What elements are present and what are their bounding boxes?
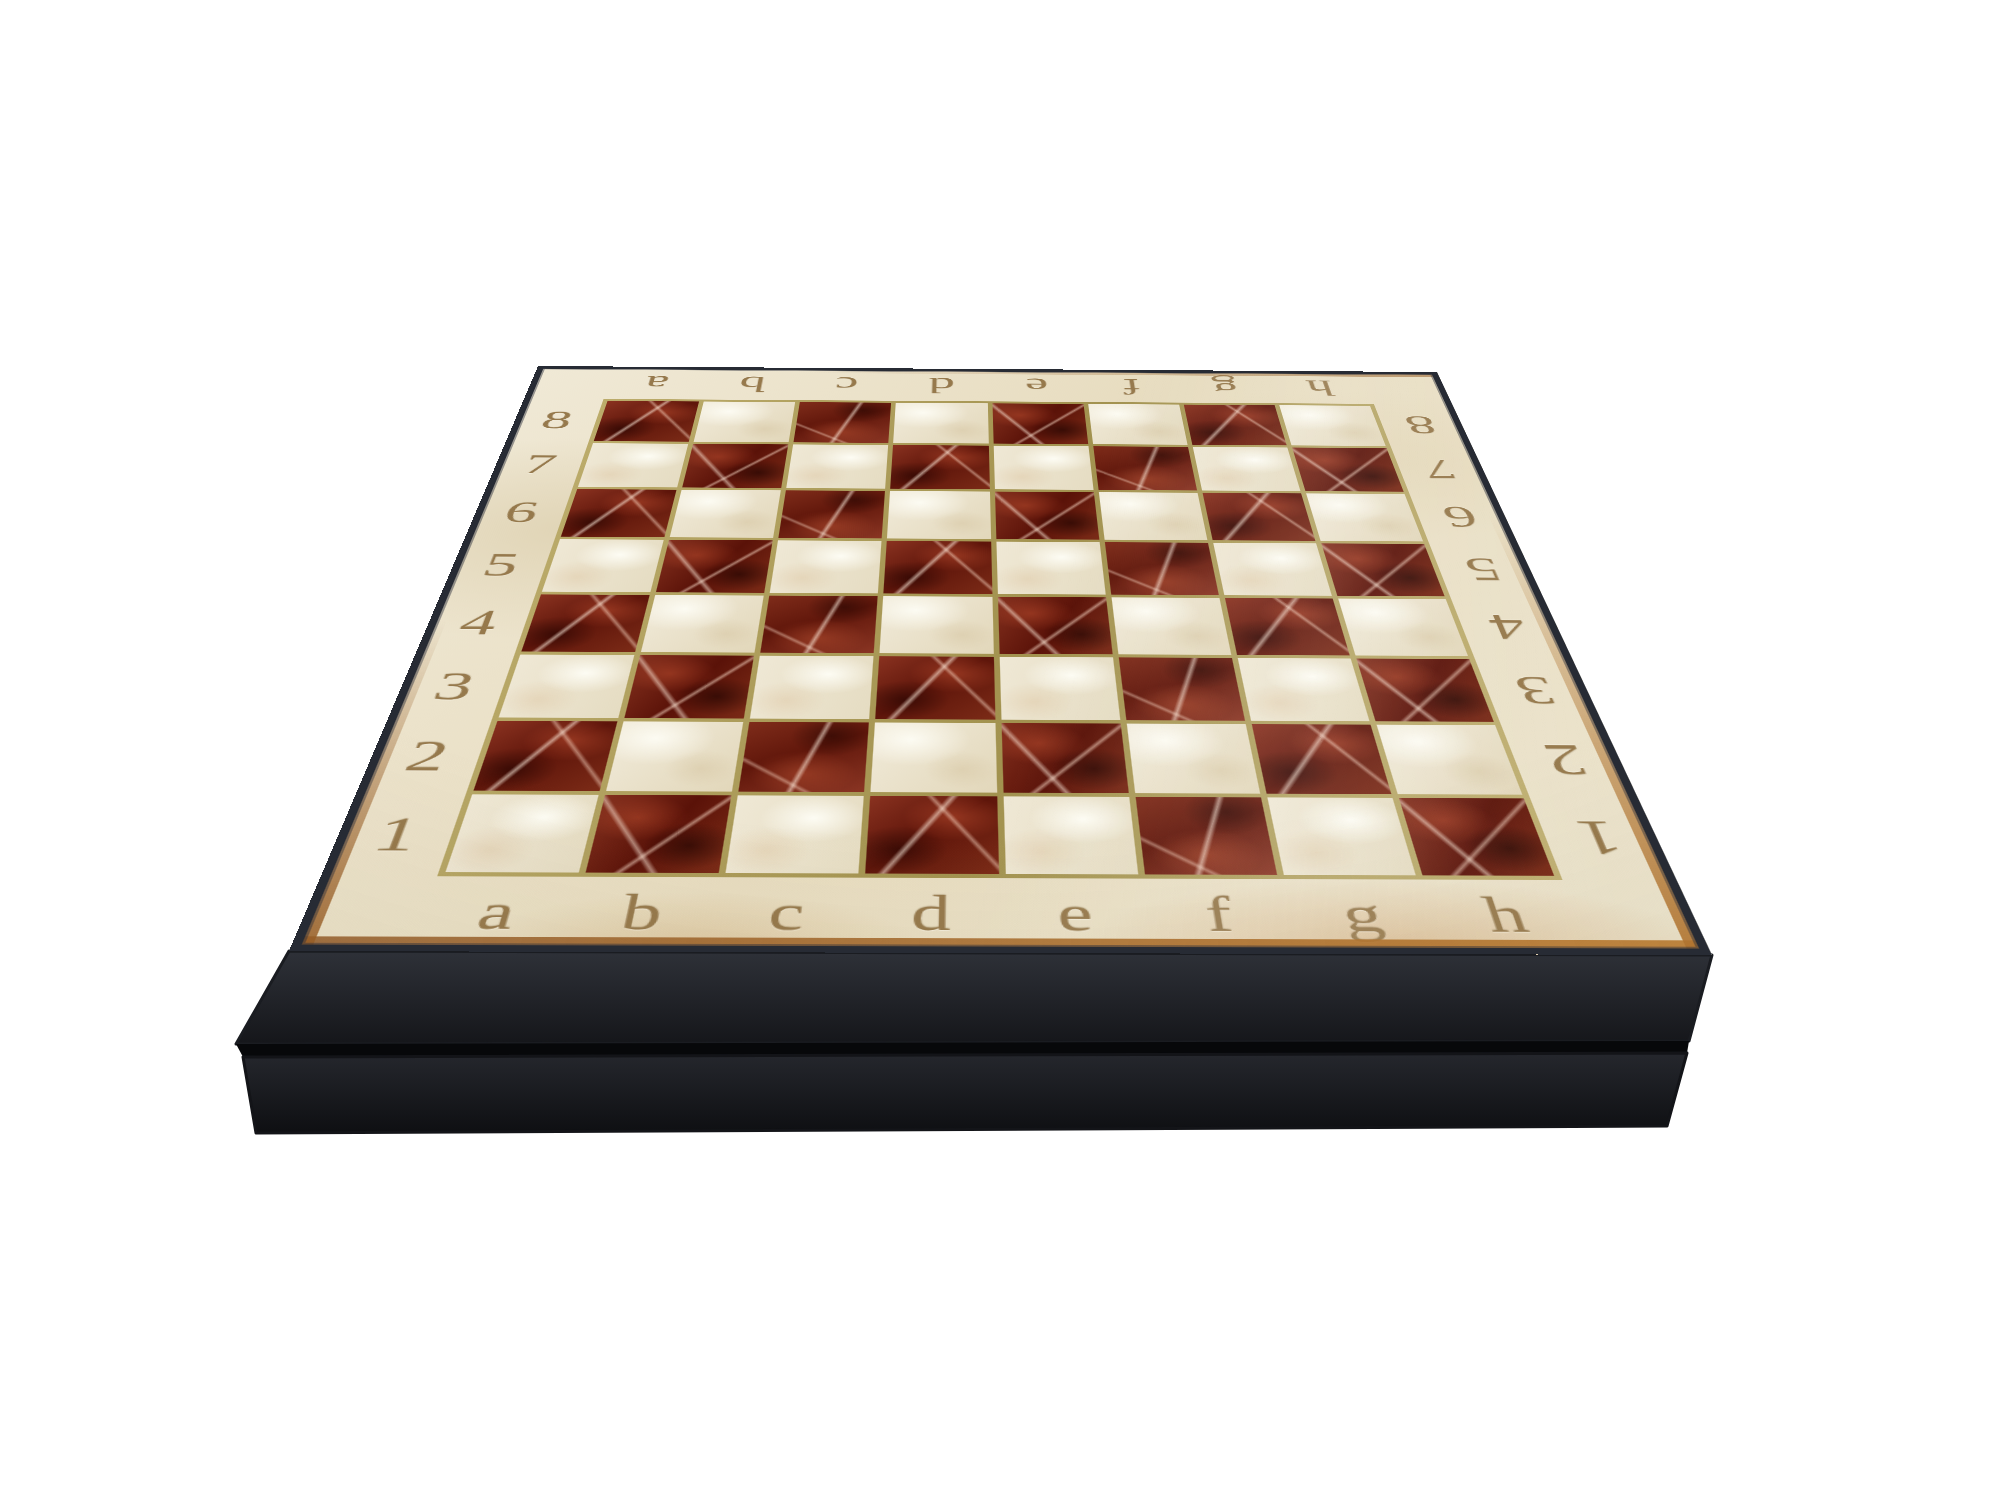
- file-label-bottom-a: a: [407, 875, 583, 950]
- square-d2: [871, 722, 997, 792]
- square-e6: [995, 492, 1099, 540]
- square-b7: [682, 444, 788, 488]
- square-e7: [993, 446, 1093, 490]
- file-label-top-g: g: [1172, 371, 1280, 404]
- square-d3: [876, 656, 995, 719]
- square-f2: [1126, 723, 1260, 793]
- square-f8: [1088, 404, 1187, 445]
- file-label-top-d: d: [890, 369, 992, 402]
- square-b4: [641, 595, 764, 653]
- rank-label-left-5: 5: [432, 542, 568, 587]
- square-f6: [1098, 492, 1207, 540]
- square-c6: [779, 490, 886, 538]
- square-g4: [1225, 598, 1350, 656]
- square-b8: [694, 402, 796, 443]
- square-e2: [1001, 723, 1128, 793]
- file-label-top-e: e: [986, 370, 1089, 403]
- square-g3: [1237, 658, 1369, 721]
- rank-label-right-8: 8: [1362, 408, 1480, 443]
- square-c4: [761, 595, 878, 653]
- rank-label-left-2: 2: [345, 726, 506, 786]
- square-c2: [739, 722, 870, 792]
- square-d4: [880, 596, 993, 654]
- square-b5: [656, 540, 773, 593]
- file-label-top-b: b: [697, 368, 805, 401]
- square-e5: [996, 542, 1105, 595]
- rank-label-left-6: 6: [456, 492, 586, 533]
- square-g5: [1213, 543, 1332, 595]
- rank-label-left-4: 4: [406, 598, 550, 648]
- rank-label-left-1: 1: [310, 801, 482, 868]
- square-e4: [997, 597, 1112, 655]
- square-g7: [1193, 447, 1301, 491]
- square-c5: [770, 541, 882, 594]
- square-d5: [884, 541, 992, 594]
- square-d1: [866, 796, 999, 874]
- rank-label-right-2: 2: [1486, 731, 1648, 791]
- square-f5: [1105, 542, 1219, 595]
- file-label-bottom-d: d: [852, 877, 1008, 951]
- square-c8: [794, 402, 892, 443]
- square-c1: [726, 795, 864, 873]
- rank-label-right-4: 4: [1437, 603, 1581, 652]
- rank-label-left-7: 7: [477, 445, 601, 483]
- square-g6: [1202, 493, 1315, 541]
- file-label-top-h: h: [1266, 372, 1377, 405]
- square-e3: [999, 657, 1120, 720]
- square-d8: [893, 403, 988, 444]
- file-label-top-a: a: [600, 367, 711, 400]
- square-f4: [1111, 597, 1231, 655]
- square-b1: [586, 795, 732, 873]
- box-lid-front: [236, 951, 1712, 1044]
- file-label-top-c: c: [794, 368, 898, 401]
- box-base-front: [243, 1053, 1687, 1133]
- rank-label-left-3: 3: [377, 659, 529, 714]
- rank-label-left-8: 8: [497, 402, 615, 437]
- file-label-bottom-b: b: [556, 876, 725, 950]
- square-f3: [1118, 657, 1244, 720]
- square-d6: [887, 491, 990, 539]
- square-g2: [1251, 724, 1391, 794]
- square-e8: [992, 403, 1088, 444]
- square-g8: [1184, 405, 1287, 446]
- square-b2: [606, 721, 743, 791]
- rank-label-right-3: 3: [1461, 664, 1614, 718]
- file-label-top-f: f: [1079, 370, 1185, 403]
- square-d7: [891, 445, 990, 489]
- product-photo-scene: aa88bb77cc66dd55ee44ff33gg22hh11: [0, 0, 2000, 1500]
- square-f1: [1135, 797, 1277, 875]
- file-label-bottom-f: f: [1138, 878, 1302, 952]
- square-b6: [670, 490, 781, 538]
- file-label-bottom-c: c: [704, 876, 866, 950]
- square-b3: [625, 655, 755, 718]
- file-label-bottom-e: e: [998, 877, 1156, 951]
- square-e1: [1003, 796, 1138, 874]
- rank-label-right-6: 6: [1397, 497, 1527, 538]
- file-label-bottom-h: h: [1418, 879, 1595, 953]
- square-c7: [786, 444, 888, 488]
- square-f7: [1093, 446, 1197, 490]
- rank-label-right-7: 7: [1379, 450, 1503, 488]
- rank-label-right-5: 5: [1416, 548, 1553, 593]
- square-c3: [750, 655, 874, 718]
- square-g1: [1267, 797, 1416, 875]
